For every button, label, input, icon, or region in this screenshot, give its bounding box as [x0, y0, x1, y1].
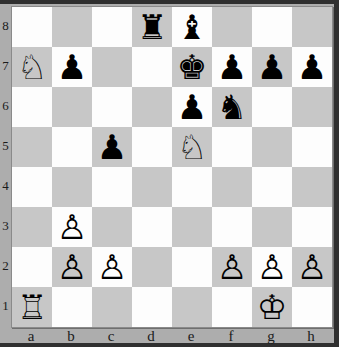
square-g5[interactable]: [252, 127, 292, 167]
piece-white-pawn: ♙: [52, 207, 92, 247]
square-b8[interactable]: [52, 7, 92, 47]
file-label-h: h: [291, 328, 331, 344]
square-d5[interactable]: [132, 127, 172, 167]
chess-board: ♜♝♘♟♚♟♟♟♟♞♟♘♙♙♙♙♙♙♖♔: [11, 6, 333, 328]
square-g3[interactable]: [252, 207, 292, 247]
square-g1[interactable]: ♔: [252, 287, 292, 327]
file-label-a: a: [11, 328, 51, 344]
file-label-d: d: [131, 328, 171, 344]
square-e4[interactable]: [172, 167, 212, 207]
square-e6[interactable]: ♟: [172, 87, 212, 127]
square-f6[interactable]: ♞: [212, 87, 252, 127]
rank-label-6: 6: [0, 86, 11, 126]
square-d4[interactable]: [132, 167, 172, 207]
square-a2[interactable]: [12, 247, 52, 287]
square-h6[interactable]: [292, 87, 332, 127]
square-f2[interactable]: ♙: [212, 247, 252, 287]
piece-black-pawn: ♟: [172, 87, 212, 127]
square-b5[interactable]: [52, 127, 92, 167]
file-label-c: c: [91, 328, 131, 344]
square-f4[interactable]: [212, 167, 252, 207]
square-c4[interactable]: [92, 167, 132, 207]
square-d3[interactable]: [132, 207, 172, 247]
frame-top-strip: [0, 0, 339, 4]
square-d8[interactable]: ♜: [132, 7, 172, 47]
square-e5[interactable]: ♘: [172, 127, 212, 167]
square-g8[interactable]: [252, 7, 292, 47]
file-label-e: e: [171, 328, 211, 344]
square-e1[interactable]: [172, 287, 212, 327]
square-g6[interactable]: [252, 87, 292, 127]
square-c8[interactable]: [92, 7, 132, 47]
frame-right-strip: [334, 0, 339, 347]
square-h3[interactable]: [292, 207, 332, 247]
square-h8[interactable]: [292, 7, 332, 47]
square-c7[interactable]: [92, 47, 132, 87]
square-b7[interactable]: ♟: [52, 47, 92, 87]
rank-label-5: 5: [0, 126, 11, 166]
square-h2[interactable]: ♙: [292, 247, 332, 287]
square-d1[interactable]: [132, 287, 172, 327]
piece-black-pawn: ♟: [92, 127, 132, 167]
piece-white-knight: ♘: [12, 47, 52, 87]
square-b6[interactable]: [52, 87, 92, 127]
square-g2[interactable]: ♙: [252, 247, 292, 287]
piece-white-pawn: ♙: [212, 247, 252, 287]
rank-label-3: 3: [0, 206, 11, 246]
square-h5[interactable]: [292, 127, 332, 167]
square-e2[interactable]: [172, 247, 212, 287]
square-f5[interactable]: [212, 127, 252, 167]
rank-label-1: 1: [0, 286, 11, 326]
square-c6[interactable]: [92, 87, 132, 127]
rank-labels: 87654321: [0, 6, 11, 326]
piece-white-pawn: ♙: [252, 247, 292, 287]
rank-label-2: 2: [0, 246, 11, 286]
square-h1[interactable]: [292, 287, 332, 327]
square-a1[interactable]: ♖: [12, 287, 52, 327]
piece-white-pawn: ♙: [52, 247, 92, 287]
square-a5[interactable]: [12, 127, 52, 167]
square-b1[interactable]: [52, 287, 92, 327]
square-g4[interactable]: [252, 167, 292, 207]
square-f3[interactable]: [212, 207, 252, 247]
square-a8[interactable]: [12, 7, 52, 47]
piece-black-rook: ♜: [132, 7, 172, 47]
piece-white-knight: ♘: [172, 127, 212, 167]
square-a4[interactable]: [12, 167, 52, 207]
square-g7[interactable]: ♟: [252, 47, 292, 87]
square-b3[interactable]: ♙: [52, 207, 92, 247]
piece-black-pawn: ♟: [212, 47, 252, 87]
square-c1[interactable]: [92, 287, 132, 327]
square-e3[interactable]: [172, 207, 212, 247]
chess-board-diagram: 87654321 ♜♝♘♟♚♟♟♟♟♞♟♘♙♙♙♙♙♙♖♔ abcdefgh: [0, 0, 339, 347]
square-c2[interactable]: ♙: [92, 247, 132, 287]
piece-black-king: ♚: [172, 47, 212, 87]
piece-white-king: ♔: [252, 287, 292, 327]
square-d6[interactable]: [132, 87, 172, 127]
rank-label-7: 7: [0, 46, 11, 86]
piece-white-pawn: ♙: [92, 247, 132, 287]
piece-black-pawn: ♟: [292, 47, 332, 87]
square-b4[interactable]: [52, 167, 92, 207]
rank-label-8: 8: [0, 6, 11, 46]
square-c5[interactable]: ♟: [92, 127, 132, 167]
square-h7[interactable]: ♟: [292, 47, 332, 87]
square-d7[interactable]: [132, 47, 172, 87]
piece-black-pawn: ♟: [252, 47, 292, 87]
square-b2[interactable]: ♙: [52, 247, 92, 287]
square-h4[interactable]: [292, 167, 332, 207]
square-d2[interactable]: [132, 247, 172, 287]
square-f7[interactable]: ♟: [212, 47, 252, 87]
file-labels: abcdefgh: [11, 328, 331, 344]
file-label-b: b: [51, 328, 91, 344]
square-a7[interactable]: ♘: [12, 47, 52, 87]
square-e8[interactable]: ♝: [172, 7, 212, 47]
square-f1[interactable]: [212, 287, 252, 327]
piece-white-pawn: ♙: [292, 247, 332, 287]
square-a6[interactable]: [12, 87, 52, 127]
square-e7[interactable]: ♚: [172, 47, 212, 87]
rank-label-4: 4: [0, 166, 11, 206]
file-label-f: f: [211, 328, 251, 344]
piece-white-rook: ♖: [12, 287, 52, 327]
piece-black-bishop: ♝: [172, 7, 212, 47]
square-f8[interactable]: [212, 7, 252, 47]
square-a3[interactable]: [12, 207, 52, 247]
piece-black-pawn: ♟: [52, 47, 92, 87]
piece-black-knight: ♞: [212, 87, 252, 127]
square-c3[interactable]: [92, 207, 132, 247]
file-label-g: g: [251, 328, 291, 344]
